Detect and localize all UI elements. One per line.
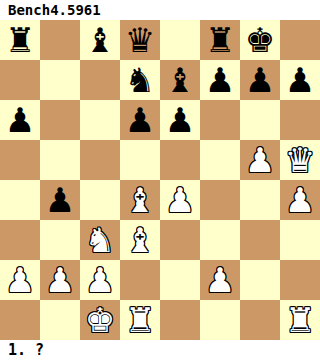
square-a2[interactable]: ♟	[0, 260, 40, 300]
square-a7[interactable]	[0, 60, 40, 100]
square-g6[interactable]	[240, 100, 280, 140]
piece-black-bishop: ♝	[80, 20, 120, 60]
square-h2[interactable]	[280, 260, 320, 300]
piece-white-king: ♚	[80, 300, 120, 340]
square-d3[interactable]: ♝	[120, 220, 160, 260]
piece-white-pawn: ♟	[160, 180, 200, 220]
piece-white-pawn: ♟	[0, 260, 40, 300]
square-g8[interactable]: ♚	[240, 20, 280, 60]
square-h4[interactable]: ♟	[280, 180, 320, 220]
square-a8[interactable]: ♜	[0, 20, 40, 60]
piece-black-knight: ♞	[120, 60, 160, 100]
square-b6[interactable]	[40, 100, 80, 140]
window-title: Bench4.5961	[0, 0, 320, 20]
chess-app-window: Bench4.5961 ♜♝♛♜♚♞♝♟♟♟♟♟♟♟♛♟♝♟♟♞♝♟♟♟♟♚♜♜…	[0, 0, 320, 360]
piece-black-pawn: ♟	[240, 60, 280, 100]
piece-black-pawn: ♟	[200, 60, 240, 100]
piece-white-rook: ♜	[120, 300, 160, 340]
square-d4[interactable]: ♝	[120, 180, 160, 220]
square-b8[interactable]	[40, 20, 80, 60]
square-a5[interactable]	[0, 140, 40, 180]
square-f1[interactable]	[200, 300, 240, 340]
square-c3[interactable]: ♞	[80, 220, 120, 260]
square-e2[interactable]	[160, 260, 200, 300]
piece-white-bishop: ♝	[120, 180, 160, 220]
square-a6[interactable]: ♟	[0, 100, 40, 140]
square-b4[interactable]: ♟	[40, 180, 80, 220]
square-b7[interactable]	[40, 60, 80, 100]
piece-black-king: ♚	[240, 20, 280, 60]
square-e7[interactable]: ♝	[160, 60, 200, 100]
square-c6[interactable]	[80, 100, 120, 140]
square-c7[interactable]	[80, 60, 120, 100]
piece-white-pawn: ♟	[280, 180, 320, 220]
square-a4[interactable]	[0, 180, 40, 220]
piece-white-pawn: ♟	[240, 140, 280, 180]
square-h1[interactable]: ♜	[280, 300, 320, 340]
piece-white-rook: ♜	[280, 300, 320, 340]
piece-white-queen: ♛	[280, 140, 320, 180]
move-prompt: 1. ?	[0, 340, 320, 360]
piece-black-rook: ♜	[0, 20, 40, 60]
square-f8[interactable]: ♜	[200, 20, 240, 60]
square-f2[interactable]: ♟	[200, 260, 240, 300]
chess-board: ♜♝♛♜♚♞♝♟♟♟♟♟♟♟♛♟♝♟♟♞♝♟♟♟♟♚♜♜	[0, 20, 320, 340]
square-h8[interactable]	[280, 20, 320, 60]
piece-black-pawn: ♟	[40, 180, 80, 220]
square-d2[interactable]	[120, 260, 160, 300]
square-f3[interactable]	[200, 220, 240, 260]
square-d7[interactable]: ♞	[120, 60, 160, 100]
piece-black-pawn: ♟	[120, 100, 160, 140]
square-b5[interactable]	[40, 140, 80, 180]
square-c8[interactable]: ♝	[80, 20, 120, 60]
square-c2[interactable]: ♟	[80, 260, 120, 300]
square-c1[interactable]: ♚	[80, 300, 120, 340]
square-f4[interactable]	[200, 180, 240, 220]
square-h3[interactable]	[280, 220, 320, 260]
square-c5[interactable]	[80, 140, 120, 180]
piece-white-pawn: ♟	[80, 260, 120, 300]
square-d1[interactable]: ♜	[120, 300, 160, 340]
square-b2[interactable]: ♟	[40, 260, 80, 300]
square-d5[interactable]	[120, 140, 160, 180]
piece-black-bishop: ♝	[160, 60, 200, 100]
square-e6[interactable]: ♟	[160, 100, 200, 140]
square-h7[interactable]: ♟	[280, 60, 320, 100]
square-a1[interactable]	[0, 300, 40, 340]
piece-white-pawn: ♟	[200, 260, 240, 300]
square-g2[interactable]	[240, 260, 280, 300]
square-e4[interactable]: ♟	[160, 180, 200, 220]
square-c4[interactable]	[80, 180, 120, 220]
square-g3[interactable]	[240, 220, 280, 260]
square-b1[interactable]	[40, 300, 80, 340]
square-h5[interactable]: ♛	[280, 140, 320, 180]
piece-black-pawn: ♟	[0, 100, 40, 140]
square-d8[interactable]: ♛	[120, 20, 160, 60]
square-a3[interactable]	[0, 220, 40, 260]
piece-black-pawn: ♟	[280, 60, 320, 100]
square-g4[interactable]	[240, 180, 280, 220]
square-g1[interactable]	[240, 300, 280, 340]
piece-white-bishop: ♝	[120, 220, 160, 260]
square-f5[interactable]	[200, 140, 240, 180]
square-g7[interactable]: ♟	[240, 60, 280, 100]
piece-white-pawn: ♟	[40, 260, 80, 300]
square-g5[interactable]: ♟	[240, 140, 280, 180]
square-e1[interactable]	[160, 300, 200, 340]
square-e3[interactable]	[160, 220, 200, 260]
piece-white-knight: ♞	[80, 220, 120, 260]
square-h6[interactable]	[280, 100, 320, 140]
piece-black-queen: ♛	[120, 20, 160, 60]
piece-black-pawn: ♟	[160, 100, 200, 140]
square-f7[interactable]: ♟	[200, 60, 240, 100]
square-b3[interactable]	[40, 220, 80, 260]
square-e5[interactable]	[160, 140, 200, 180]
square-d6[interactable]: ♟	[120, 100, 160, 140]
piece-black-rook: ♜	[200, 20, 240, 60]
square-f6[interactable]	[200, 100, 240, 140]
square-e8[interactable]	[160, 20, 200, 60]
